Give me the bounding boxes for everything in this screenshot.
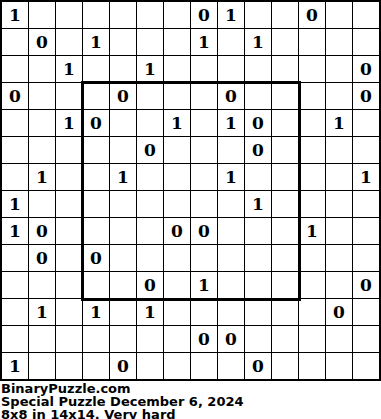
cell-r10c9[interactable] (245, 272, 271, 298)
cell-r7c13[interactable] (353, 191, 379, 217)
cell-r10c13: 0 (353, 272, 379, 298)
cell-r8c0: 1 (2, 218, 28, 244)
cell-r11c1: 1 (29, 299, 55, 325)
cell-r6c11[interactable] (299, 164, 325, 190)
cell-r4c10[interactable] (272, 110, 298, 136)
cell-r10c8[interactable] (218, 272, 244, 298)
cell-r2c7[interactable] (191, 56, 217, 82)
cell-r3c9[interactable] (245, 83, 271, 109)
cell-r4c8: 1 (218, 110, 244, 136)
cell-r4c0[interactable] (2, 110, 28, 136)
cell-r13c1[interactable] (29, 353, 55, 379)
cell-r4c11[interactable] (299, 110, 325, 136)
cell-r13c10[interactable] (272, 353, 298, 379)
cell-r3c8: 0 (218, 83, 244, 109)
cell-r10c4[interactable] (110, 272, 136, 298)
cell-r7c8[interactable] (218, 191, 244, 217)
cell-r6c1: 1 (29, 164, 55, 190)
cell-r11c8[interactable] (218, 299, 244, 325)
cell-r10c3[interactable] (83, 272, 109, 298)
cell-r12c1[interactable] (29, 326, 55, 352)
cell-r11c9[interactable] (245, 299, 271, 325)
cell-r5c7[interactable] (191, 137, 217, 163)
cell-r12c10[interactable] (272, 326, 298, 352)
cell-r0c2[interactable] (56, 2, 82, 28)
cell-r12c6[interactable] (164, 326, 190, 352)
cell-r9c6[interactable] (164, 245, 190, 271)
cell-r7c5[interactable] (137, 191, 163, 217)
cell-r5c10[interactable] (272, 137, 298, 163)
cell-r9c4[interactable] (110, 245, 136, 271)
cell-r4c9: 0 (245, 110, 271, 136)
cell-r12c2[interactable] (56, 326, 82, 352)
cell-r5c13[interactable] (353, 137, 379, 163)
cell-r8c6: 0 (164, 218, 190, 244)
cell-r2c6[interactable] (164, 56, 190, 82)
cell-r10c6[interactable] (164, 272, 190, 298)
cell-r0c13[interactable] (353, 2, 379, 28)
cell-r10c5: 0 (137, 272, 163, 298)
cell-r11c12: 0 (326, 299, 352, 325)
cell-r11c7[interactable] (191, 299, 217, 325)
cell-r5c12[interactable] (326, 137, 352, 163)
cell-r6c6[interactable] (164, 164, 190, 190)
cell-r3c4: 0 (110, 83, 136, 109)
cell-r0c1[interactable] (29, 2, 55, 28)
cell-r6c5[interactable] (137, 164, 163, 190)
cell-r10c2[interactable] (56, 272, 82, 298)
page: 1010011111000001011010011111110001000101… (0, 0, 381, 419)
cell-r6c4: 1 (110, 164, 136, 190)
cell-r5c4[interactable] (110, 137, 136, 163)
cell-r11c10[interactable] (272, 299, 298, 325)
cell-r0c12[interactable] (326, 2, 352, 28)
cell-r5c3[interactable] (83, 137, 109, 163)
cell-r6c7[interactable] (191, 164, 217, 190)
cell-r1c4[interactable] (110, 29, 136, 55)
cell-r7c0: 1 (2, 191, 28, 217)
cell-r7c12[interactable] (326, 191, 352, 217)
cell-r7c4[interactable] (110, 191, 136, 217)
puzzle-spec: 8x8 in 14x14, Very hard (1, 408, 381, 419)
cell-r10c0[interactable] (2, 272, 28, 298)
cell-r11c5: 1 (137, 299, 163, 325)
cell-r12c12[interactable] (326, 326, 352, 352)
cell-r1c12[interactable] (326, 29, 352, 55)
cell-r6c9[interactable] (245, 164, 271, 190)
cell-r5c6[interactable] (164, 137, 190, 163)
cell-r0c6[interactable] (164, 2, 190, 28)
cell-r0c9[interactable] (245, 2, 271, 28)
cell-r1c11[interactable] (299, 29, 325, 55)
cell-r6c13: 1 (353, 164, 379, 190)
cell-r1c13[interactable] (353, 29, 379, 55)
cell-r1c9: 1 (245, 29, 271, 55)
cell-r8c1: 0 (29, 218, 55, 244)
cell-r3c7[interactable] (191, 83, 217, 109)
cell-r13c2[interactable] (56, 353, 82, 379)
cell-r3c5[interactable] (137, 83, 163, 109)
cell-r2c2: 1 (56, 56, 82, 82)
cell-r7c6[interactable] (164, 191, 190, 217)
cell-r9c3: 0 (83, 245, 109, 271)
cell-r8c2[interactable] (56, 218, 82, 244)
cell-r2c13: 0 (353, 56, 379, 82)
cell-r13c11[interactable] (299, 353, 325, 379)
cell-r9c12[interactable] (326, 245, 352, 271)
cell-r11c3: 1 (83, 299, 109, 325)
cell-r3c2[interactable] (56, 83, 82, 109)
cell-r4c1[interactable] (29, 110, 55, 136)
cell-r12c4[interactable] (110, 326, 136, 352)
cell-r2c11[interactable] (299, 56, 325, 82)
cell-r12c5[interactable] (137, 326, 163, 352)
cell-r2c10[interactable] (272, 56, 298, 82)
cell-r10c12[interactable] (326, 272, 352, 298)
cell-r8c5[interactable] (137, 218, 163, 244)
cell-r12c9[interactable] (245, 326, 271, 352)
cell-r13c9: 0 (245, 353, 271, 379)
cell-r13c0: 1 (2, 353, 28, 379)
cell-r4c2: 1 (56, 110, 82, 136)
cell-r3c10[interactable] (272, 83, 298, 109)
cell-r12c7: 0 (191, 326, 217, 352)
cell-r13c6[interactable] (164, 353, 190, 379)
cell-r9c8[interactable] (218, 245, 244, 271)
cell-r2c1[interactable] (29, 56, 55, 82)
cell-r5c5: 0 (137, 137, 163, 163)
cell-r12c11[interactable] (299, 326, 325, 352)
cell-r6c3[interactable] (83, 164, 109, 190)
cell-r5c9: 0 (245, 137, 271, 163)
cell-r5c1[interactable] (29, 137, 55, 163)
cell-r2c0[interactable] (2, 56, 28, 82)
cell-r8c11: 1 (299, 218, 325, 244)
cell-r9c0[interactable] (2, 245, 28, 271)
cell-r3c3[interactable] (83, 83, 109, 109)
cell-r1c7: 1 (191, 29, 217, 55)
cell-r9c11[interactable] (299, 245, 325, 271)
cell-r8c10[interactable] (272, 218, 298, 244)
cell-r12c8: 0 (218, 326, 244, 352)
cell-r9c9[interactable] (245, 245, 271, 271)
cell-r4c5[interactable] (137, 110, 163, 136)
cell-r9c13[interactable] (353, 245, 379, 271)
cell-r5c2[interactable] (56, 137, 82, 163)
cell-r9c5[interactable] (137, 245, 163, 271)
cell-r1c0[interactable] (2, 29, 28, 55)
cell-r13c5[interactable] (137, 353, 163, 379)
cell-r2c12[interactable] (326, 56, 352, 82)
cell-r0c3[interactable] (83, 2, 109, 28)
cell-r4c4[interactable] (110, 110, 136, 136)
cell-r11c11[interactable] (299, 299, 325, 325)
cell-r0c5[interactable] (137, 2, 163, 28)
cell-r3c12[interactable] (326, 83, 352, 109)
cell-r11c2[interactable] (56, 299, 82, 325)
cell-r13c3[interactable] (83, 353, 109, 379)
cell-r3c11[interactable] (299, 83, 325, 109)
cell-r8c12[interactable] (326, 218, 352, 244)
cell-r6c0[interactable] (2, 164, 28, 190)
cell-r5c11[interactable] (299, 137, 325, 163)
cell-r12c13[interactable] (353, 326, 379, 352)
cell-r3c6[interactable] (164, 83, 190, 109)
cell-r13c8[interactable] (218, 353, 244, 379)
cell-r12c0[interactable] (2, 326, 28, 352)
cell-r10c10[interactable] (272, 272, 298, 298)
cell-r11c0[interactable] (2, 299, 28, 325)
cell-r0c11: 0 (299, 2, 325, 28)
cell-r1c6[interactable] (164, 29, 190, 55)
cell-r12c3[interactable] (83, 326, 109, 352)
cell-r1c2[interactable] (56, 29, 82, 55)
cell-r0c4[interactable] (110, 2, 136, 28)
cell-r10c11[interactable] (299, 272, 325, 298)
cell-r3c0: 0 (2, 83, 28, 109)
cell-r2c3[interactable] (83, 56, 109, 82)
cell-r13c13[interactable] (353, 353, 379, 379)
cell-r6c10[interactable] (272, 164, 298, 190)
cell-r0c0: 1 (2, 2, 28, 28)
cell-r6c12[interactable] (326, 164, 352, 190)
cell-r5c8[interactable] (218, 137, 244, 163)
cell-r8c3[interactable] (83, 218, 109, 244)
cell-r7c7[interactable] (191, 191, 217, 217)
cell-r7c1[interactable] (29, 191, 55, 217)
cell-r1c10[interactable] (272, 29, 298, 55)
cell-r8c4[interactable] (110, 218, 136, 244)
cell-r11c4[interactable] (110, 299, 136, 325)
cell-r9c2[interactable] (56, 245, 82, 271)
cell-r4c3: 0 (83, 110, 109, 136)
cell-r4c13[interactable] (353, 110, 379, 136)
cell-r7c3[interactable] (83, 191, 109, 217)
cell-r2c8[interactable] (218, 56, 244, 82)
cell-r8c8[interactable] (218, 218, 244, 244)
cell-r3c1[interactable] (29, 83, 55, 109)
cell-r7c9: 1 (245, 191, 271, 217)
cell-r9c10[interactable] (272, 245, 298, 271)
cell-r13c7[interactable] (191, 353, 217, 379)
cell-r0c8: 1 (218, 2, 244, 28)
cell-r8c7: 0 (191, 218, 217, 244)
cell-r11c13[interactable] (353, 299, 379, 325)
cell-r2c5: 1 (137, 56, 163, 82)
cell-r3c13: 0 (353, 83, 379, 109)
cell-r4c12: 1 (326, 110, 352, 136)
cell-r10c7: 1 (191, 272, 217, 298)
cell-r13c4: 0 (110, 353, 136, 379)
cell-r6c8: 1 (218, 164, 244, 190)
cell-r1c8[interactable] (218, 29, 244, 55)
cell-r8c13[interactable] (353, 218, 379, 244)
cell-r2c9[interactable] (245, 56, 271, 82)
cell-r0c7: 0 (191, 2, 217, 28)
cell-r7c10[interactable] (272, 191, 298, 217)
cell-r11c6[interactable] (164, 299, 190, 325)
cell-r9c1: 0 (29, 245, 55, 271)
cell-r9c7[interactable] (191, 245, 217, 271)
cell-r1c5[interactable] (137, 29, 163, 55)
cell-r6c2[interactable] (56, 164, 82, 190)
cell-r1c1: 0 (29, 29, 55, 55)
cell-r2c4[interactable] (110, 56, 136, 82)
cell-r8c9[interactable] (245, 218, 271, 244)
cell-r0c10[interactable] (272, 2, 298, 28)
footer: BinaryPuzzle.com Special Puzzle December… (0, 381, 381, 419)
cell-r10c1[interactable] (29, 272, 55, 298)
board: 1010011111000001011010011111110001000101… (0, 0, 381, 381)
cell-r5c0[interactable] (2, 137, 28, 163)
cell-r7c11[interactable] (299, 191, 325, 217)
cell-r7c2[interactable] (56, 191, 82, 217)
cell-r4c7[interactable] (191, 110, 217, 136)
cell-r13c12[interactable] (326, 353, 352, 379)
cell-r1c3: 1 (83, 29, 109, 55)
cell-r4c6: 1 (164, 110, 190, 136)
